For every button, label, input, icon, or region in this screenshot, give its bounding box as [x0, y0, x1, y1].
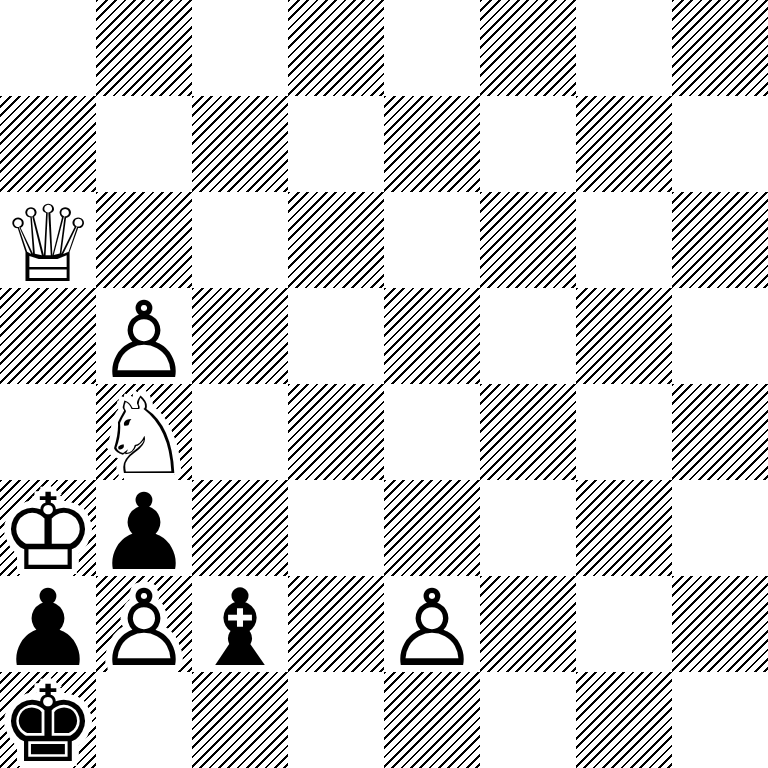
square-e2[interactable]: ♟♙	[384, 576, 480, 672]
square-g4[interactable]	[576, 384, 672, 480]
square-g7[interactable]	[576, 96, 672, 192]
square-d2[interactable]	[288, 576, 384, 672]
square-a7[interactable]	[0, 96, 96, 192]
piece-white-pawn[interactable]: ♟♙	[96, 288, 192, 384]
square-h2[interactable]	[672, 576, 768, 672]
square-e4[interactable]	[384, 384, 480, 480]
square-b4[interactable]: ♞♘	[96, 384, 192, 480]
square-a5[interactable]	[0, 288, 96, 384]
square-f7[interactable]	[480, 96, 576, 192]
piece-black-king[interactable]: ♚♚	[0, 672, 96, 768]
square-d8[interactable]	[288, 0, 384, 96]
square-e6[interactable]	[384, 192, 480, 288]
square-a6[interactable]: ♛♕	[0, 192, 96, 288]
square-b1[interactable]	[96, 672, 192, 768]
piece-white-queen[interactable]: ♛♕	[0, 192, 96, 288]
square-a3[interactable]: ♚♔	[0, 480, 96, 576]
square-f4[interactable]	[480, 384, 576, 480]
square-b8[interactable]	[96, 0, 192, 96]
square-d4[interactable]	[288, 384, 384, 480]
square-h3[interactable]	[672, 480, 768, 576]
piece-white-king[interactable]: ♚♔	[0, 480, 96, 576]
square-f2[interactable]	[480, 576, 576, 672]
square-c1[interactable]	[192, 672, 288, 768]
white-pawn-icon: ♙	[384, 576, 479, 672]
square-c8[interactable]	[192, 0, 288, 96]
square-f1[interactable]	[480, 672, 576, 768]
square-b6[interactable]	[96, 192, 192, 288]
square-d1[interactable]	[288, 672, 384, 768]
square-d5[interactable]	[288, 288, 384, 384]
white-pawn-icon: ♙	[96, 576, 191, 672]
square-b5[interactable]: ♟♙	[96, 288, 192, 384]
square-f6[interactable]	[480, 192, 576, 288]
square-h1[interactable]	[672, 672, 768, 768]
square-h7[interactable]	[672, 96, 768, 192]
square-a1[interactable]: ♚♚	[0, 672, 96, 768]
square-b2[interactable]: ♟♙	[96, 576, 192, 672]
square-e7[interactable]	[384, 96, 480, 192]
square-g1[interactable]	[576, 672, 672, 768]
square-c5[interactable]	[192, 288, 288, 384]
square-e3[interactable]	[384, 480, 480, 576]
square-e5[interactable]	[384, 288, 480, 384]
square-d3[interactable]	[288, 480, 384, 576]
white-queen-icon: ♕	[0, 192, 95, 288]
square-d6[interactable]	[288, 192, 384, 288]
square-b3[interactable]: ♟♟	[96, 480, 192, 576]
square-e1[interactable]	[384, 672, 480, 768]
square-h8[interactable]	[672, 0, 768, 96]
black-pawn-icon: ♟	[0, 576, 95, 672]
square-g5[interactable]	[576, 288, 672, 384]
square-f8[interactable]	[480, 0, 576, 96]
square-a4[interactable]	[0, 384, 96, 480]
black-pawn-icon: ♟	[96, 480, 191, 576]
square-a8[interactable]	[0, 0, 96, 96]
square-f5[interactable]	[480, 288, 576, 384]
piece-white-pawn[interactable]: ♟♙	[96, 576, 192, 672]
square-f3[interactable]	[480, 480, 576, 576]
square-c2[interactable]: ♝♝	[192, 576, 288, 672]
square-c3[interactable]	[192, 480, 288, 576]
square-c6[interactable]	[192, 192, 288, 288]
square-e8[interactable]	[384, 0, 480, 96]
white-pawn-icon: ♙	[96, 288, 191, 384]
white-king-icon: ♔	[0, 480, 95, 576]
piece-black-bishop[interactable]: ♝♝	[192, 576, 288, 672]
square-a2[interactable]: ♟♟	[0, 576, 96, 672]
square-c4[interactable]	[192, 384, 288, 480]
piece-white-pawn[interactable]: ♟♙	[384, 576, 480, 672]
black-king-icon: ♚	[0, 672, 95, 768]
square-h6[interactable]	[672, 192, 768, 288]
square-g3[interactable]	[576, 480, 672, 576]
chess-board: ♛♕♟♙♞♘♚♔♟♟♟♟♟♙♝♝♟♙♚♚	[0, 0, 768, 768]
square-b7[interactable]	[96, 96, 192, 192]
piece-black-pawn[interactable]: ♟♟	[96, 480, 192, 576]
square-c7[interactable]	[192, 96, 288, 192]
piece-black-pawn[interactable]: ♟♟	[0, 576, 96, 672]
black-bishop-icon: ♝	[192, 576, 287, 672]
square-g8[interactable]	[576, 0, 672, 96]
square-g2[interactable]	[576, 576, 672, 672]
square-h4[interactable]	[672, 384, 768, 480]
square-d7[interactable]	[288, 96, 384, 192]
square-h5[interactable]	[672, 288, 768, 384]
piece-white-knight[interactable]: ♞♘	[96, 384, 192, 480]
square-g6[interactable]	[576, 192, 672, 288]
white-knight-icon: ♘	[96, 384, 191, 480]
